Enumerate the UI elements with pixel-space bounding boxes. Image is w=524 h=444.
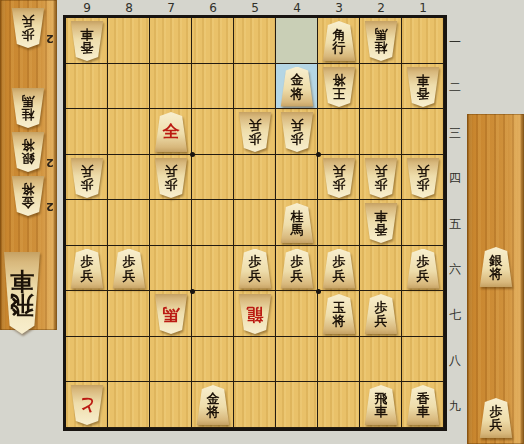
square-4-8[interactable] bbox=[276, 337, 318, 383]
shogi-app: 987654321 一二三四五六七八九 香車角行桂馬金将王将香車全歩兵歩兵歩兵歩… bbox=[0, 0, 524, 444]
rank-label-9: 九 bbox=[447, 398, 463, 415]
square-9-8[interactable] bbox=[66, 337, 108, 383]
file-label-7: 7 bbox=[164, 1, 178, 15]
square-2-3[interactable] bbox=[360, 109, 402, 155]
square-9-2[interactable] bbox=[66, 64, 108, 110]
square-8-7[interactable] bbox=[108, 291, 150, 337]
square-5-8[interactable] bbox=[234, 337, 276, 383]
square-5-2[interactable] bbox=[234, 64, 276, 110]
square-8-9[interactable] bbox=[108, 382, 150, 428]
square-3-9[interactable] bbox=[318, 382, 360, 428]
square-3-3[interactable] bbox=[318, 109, 360, 155]
piece-桂馬-4-5[interactable]: 桂馬 bbox=[279, 203, 315, 243]
square-4-1[interactable] bbox=[276, 18, 318, 64]
square-5-5[interactable] bbox=[234, 200, 276, 246]
piece-歩兵-9-6[interactable]: 歩兵 bbox=[69, 249, 105, 289]
piece-歩兵-7-4[interactable]: 歩兵 bbox=[153, 158, 189, 198]
square-5-4[interactable] bbox=[234, 155, 276, 201]
piece-歩兵-2-4[interactable]: 歩兵 bbox=[363, 158, 399, 198]
square-9-5[interactable] bbox=[66, 200, 108, 246]
square-7-5[interactable] bbox=[150, 200, 192, 246]
square-4-9[interactable] bbox=[276, 382, 318, 428]
rank-label-1: 一 bbox=[447, 34, 463, 51]
gote-hand-銀将[interactable]: 銀将 bbox=[10, 132, 46, 172]
piece-歩兵-9-4[interactable]: 歩兵 bbox=[69, 158, 105, 198]
square-6-2[interactable] bbox=[192, 64, 234, 110]
gote-hand-金将[interactable]: 金将 bbox=[10, 176, 46, 216]
square-6-7[interactable] bbox=[192, 291, 234, 337]
file-label-1: 1 bbox=[416, 1, 430, 15]
square-6-4[interactable] bbox=[192, 155, 234, 201]
piece-歩兵-1-6[interactable]: 歩兵 bbox=[405, 249, 441, 289]
rank-label-8: 八 bbox=[447, 352, 463, 369]
square-1-1[interactable] bbox=[402, 18, 444, 64]
square-5-9[interactable] bbox=[234, 382, 276, 428]
rank-label-3: 三 bbox=[447, 125, 463, 142]
piece-歩兵-2-7[interactable]: 歩兵 bbox=[363, 294, 399, 334]
star-point bbox=[316, 289, 321, 294]
gote-hand-count-金将: 2 bbox=[46, 200, 54, 213]
piece-馬-7-7[interactable]: 馬 bbox=[153, 294, 189, 334]
piece-龍-5-7[interactable]: 龍 bbox=[237, 294, 273, 334]
piece-歩兵-4-3[interactable]: 歩兵 bbox=[279, 112, 315, 152]
square-8-4[interactable] bbox=[108, 155, 150, 201]
square-9-7[interactable] bbox=[66, 291, 108, 337]
square-8-2[interactable] bbox=[108, 64, 150, 110]
piece-飛車-2-9[interactable]: 飛車 bbox=[363, 385, 399, 425]
piece-と-9-9[interactable]: と bbox=[69, 385, 105, 425]
square-7-2[interactable] bbox=[150, 64, 192, 110]
piece-香車-9-1[interactable]: 香車 bbox=[69, 21, 105, 61]
piece-王将-3-2[interactable]: 王将 bbox=[321, 67, 357, 107]
gote-hand-count-銀将: 2 bbox=[46, 156, 54, 169]
rank-label-6: 六 bbox=[447, 261, 463, 278]
square-8-1[interactable] bbox=[108, 18, 150, 64]
piece-歩兵-8-6[interactable]: 歩兵 bbox=[111, 249, 147, 289]
rank-label-5: 五 bbox=[447, 216, 463, 233]
square-9-3[interactable] bbox=[66, 109, 108, 155]
square-8-3[interactable] bbox=[108, 109, 150, 155]
piece-歩兵-1-4[interactable]: 歩兵 bbox=[405, 158, 441, 198]
square-2-6[interactable] bbox=[360, 246, 402, 292]
square-7-9[interactable] bbox=[150, 382, 192, 428]
square-6-5[interactable] bbox=[192, 200, 234, 246]
square-3-5[interactable] bbox=[318, 200, 360, 246]
square-4-4[interactable] bbox=[276, 155, 318, 201]
piece-歩兵-3-6[interactable]: 歩兵 bbox=[321, 249, 357, 289]
square-6-3[interactable] bbox=[192, 109, 234, 155]
file-label-4: 4 bbox=[290, 1, 304, 15]
piece-金将-4-2[interactable]: 金将 bbox=[279, 67, 315, 107]
square-1-3[interactable] bbox=[402, 109, 444, 155]
piece-全-7-3[interactable]: 全 bbox=[153, 112, 189, 152]
piece-金将-6-9[interactable]: 金将 bbox=[195, 385, 231, 425]
gote-hand-count-歩兵: 2 bbox=[46, 32, 54, 45]
turn-indicator-piece: 飛車 bbox=[2, 252, 42, 334]
gote-hand-歩兵[interactable]: 歩兵 bbox=[10, 8, 46, 48]
piece-香車-2-5[interactable]: 香車 bbox=[363, 203, 399, 243]
piece-歩兵-5-6[interactable]: 歩兵 bbox=[237, 249, 273, 289]
square-7-6[interactable] bbox=[150, 246, 192, 292]
piece-香車-1-2[interactable]: 香車 bbox=[405, 67, 441, 107]
square-3-8[interactable] bbox=[318, 337, 360, 383]
square-1-5[interactable] bbox=[402, 200, 444, 246]
file-label-2: 2 bbox=[374, 1, 388, 15]
rank-label-2: 二 bbox=[447, 79, 463, 96]
square-8-5[interactable] bbox=[108, 200, 150, 246]
file-label-6: 6 bbox=[206, 1, 220, 15]
piece-香車-1-9[interactable]: 香車 bbox=[405, 385, 441, 425]
sente-hand-銀将[interactable]: 銀将 bbox=[478, 247, 514, 287]
file-label-3: 3 bbox=[332, 1, 346, 15]
star-point bbox=[190, 152, 195, 157]
square-8-8[interactable] bbox=[108, 337, 150, 383]
star-point bbox=[190, 289, 195, 294]
file-label-8: 8 bbox=[122, 1, 136, 15]
rank-label-4: 四 bbox=[447, 170, 463, 187]
file-label-9: 9 bbox=[80, 1, 94, 15]
piece-角行-3-1[interactable]: 角行 bbox=[321, 21, 357, 61]
gote-hand-桂馬[interactable]: 桂馬 bbox=[10, 88, 46, 128]
square-7-1[interactable] bbox=[150, 18, 192, 64]
square-4-7[interactable] bbox=[276, 291, 318, 337]
rank-label-7: 七 bbox=[447, 307, 463, 324]
star-point bbox=[316, 152, 321, 157]
sente-hand-歩兵[interactable]: 歩兵 bbox=[478, 398, 514, 438]
square-6-6[interactable] bbox=[192, 246, 234, 292]
square-1-8[interactable] bbox=[402, 337, 444, 383]
square-5-1[interactable] bbox=[234, 18, 276, 64]
piece-玉将-3-7[interactable]: 玉将 bbox=[321, 294, 357, 334]
square-1-7[interactable] bbox=[402, 291, 444, 337]
file-label-5: 5 bbox=[248, 1, 262, 15]
piece-桂馬-2-1[interactable]: 桂馬 bbox=[363, 21, 399, 61]
square-2-8[interactable] bbox=[360, 337, 402, 383]
piece-歩兵-3-4[interactable]: 歩兵 bbox=[321, 158, 357, 198]
square-6-8[interactable] bbox=[192, 337, 234, 383]
square-6-1[interactable] bbox=[192, 18, 234, 64]
piece-歩兵-4-6[interactable]: 歩兵 bbox=[279, 249, 315, 289]
piece-歩兵-5-3[interactable]: 歩兵 bbox=[237, 112, 273, 152]
square-7-8[interactable] bbox=[150, 337, 192, 383]
square-2-2[interactable] bbox=[360, 64, 402, 110]
